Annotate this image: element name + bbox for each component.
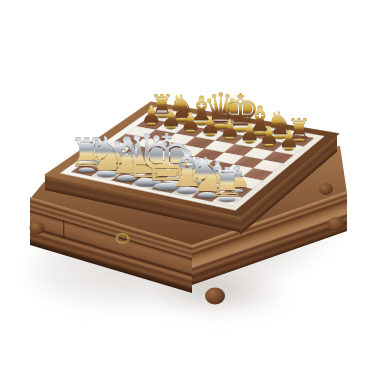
pawn-glyph: ♟ (259, 123, 280, 146)
rook-glyph: ♜ (209, 162, 245, 202)
pawn-glyph: ♟ (239, 120, 260, 143)
pawn-glyph: ♟ (278, 127, 299, 150)
pawn-glyph: ♟ (220, 116, 241, 139)
pawn-glyph: ♟ (200, 113, 221, 136)
chess-set-photo: ♜♞♝♛♚♝♞♜♟♟♟♟♟♟♟♟♟♟♟♟♟♟♟♟♜♞♝♛♚♝♞♜ (0, 0, 385, 385)
foot-back-right (319, 183, 333, 195)
drawer-seam (63, 221, 64, 238)
foot-front (205, 288, 225, 305)
foot-left (30, 222, 45, 235)
foot-right (328, 217, 344, 231)
